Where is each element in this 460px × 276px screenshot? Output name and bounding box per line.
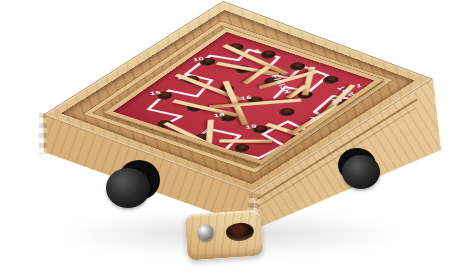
start-arrow-icon: ▸	[360, 101, 369, 105]
maze-surface: FINISH ▸ START 811023131621151819	[113, 32, 374, 160]
right-knob-face	[342, 155, 380, 189]
maze-wall	[219, 139, 273, 143]
ball-return-tray	[184, 209, 263, 260]
right-tilt-knob[interactable]	[336, 148, 380, 192]
product-photo-scene: FINISH ▸ START 811023131621151819	[0, 0, 460, 276]
tray-hole	[225, 222, 254, 242]
left-tilt-knob[interactable]	[104, 158, 156, 210]
hole-number: 1	[356, 83, 363, 88]
steel-ball[interactable]	[197, 224, 214, 241]
hole-number: 21	[310, 116, 322, 122]
left-knob-face	[106, 168, 150, 208]
hole-number: 8	[254, 49, 261, 54]
finger-joints-left-corner	[39, 113, 47, 154]
